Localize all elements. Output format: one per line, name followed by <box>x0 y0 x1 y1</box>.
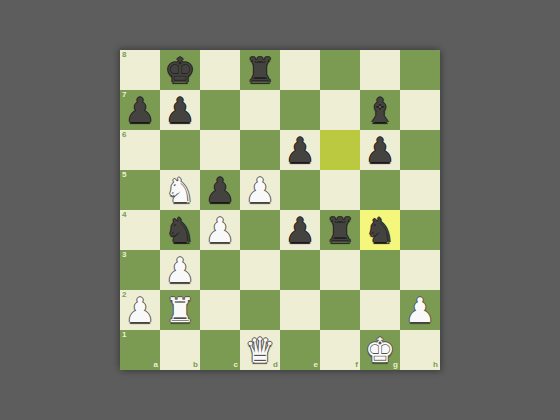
square-g7[interactable]: ♝ <box>360 90 400 130</box>
square-h5[interactable] <box>400 170 440 210</box>
square-e3[interactable] <box>280 250 320 290</box>
black-pawn-c5[interactable]: ♟ <box>205 173 235 207</box>
square-g6[interactable]: ♟ <box>360 130 400 170</box>
black-rook-f4[interactable]: ♜ <box>325 213 355 247</box>
square-e5[interactable] <box>280 170 320 210</box>
square-d5[interactable]: ♟ <box>240 170 280 210</box>
square-h1[interactable]: h <box>400 330 440 370</box>
square-h7[interactable] <box>400 90 440 130</box>
square-g2[interactable] <box>360 290 400 330</box>
square-g1[interactable]: g♚ <box>360 330 400 370</box>
square-h3[interactable] <box>400 250 440 290</box>
square-a2[interactable]: 2♟ <box>120 290 160 330</box>
black-pawn-g6[interactable]: ♟ <box>365 133 395 167</box>
square-d1[interactable]: d♛ <box>240 330 280 370</box>
app-background: 8♚♜7♟♟♝6♟♟5♞♟♟4♞♟♟♜♞3♟2♟♜♟1abcd♛efg♚h <box>0 0 560 420</box>
white-pawn-d5[interactable]: ♟ <box>245 173 275 207</box>
square-c6[interactable] <box>200 130 240 170</box>
square-b5[interactable]: ♞ <box>160 170 200 210</box>
rank-label-1: 1 <box>122 331 126 339</box>
square-e4[interactable]: ♟ <box>280 210 320 250</box>
file-label-g: g <box>393 361 398 369</box>
square-c3[interactable] <box>200 250 240 290</box>
black-knight-b4[interactable]: ♞ <box>165 213 195 247</box>
square-g8[interactable] <box>360 50 400 90</box>
file-label-a: a <box>154 361 158 369</box>
rank-label-5: 5 <box>122 171 126 179</box>
square-b4[interactable]: ♞ <box>160 210 200 250</box>
file-label-b: b <box>193 361 198 369</box>
square-g3[interactable] <box>360 250 400 290</box>
square-h6[interactable] <box>400 130 440 170</box>
file-label-e: e <box>314 361 318 369</box>
square-c8[interactable] <box>200 50 240 90</box>
square-c7[interactable] <box>200 90 240 130</box>
square-f6[interactable] <box>320 130 360 170</box>
black-king-b8[interactable]: ♚ <box>165 53 195 87</box>
square-d3[interactable] <box>240 250 280 290</box>
square-f7[interactable] <box>320 90 360 130</box>
square-f4[interactable]: ♜ <box>320 210 360 250</box>
square-c5[interactable]: ♟ <box>200 170 240 210</box>
square-b7[interactable]: ♟ <box>160 90 200 130</box>
black-pawn-a7[interactable]: ♟ <box>125 93 155 127</box>
white-queen-d1[interactable]: ♛ <box>245 333 275 367</box>
square-b3[interactable]: ♟ <box>160 250 200 290</box>
rank-label-3: 3 <box>122 251 126 259</box>
rank-label-7: 7 <box>122 91 126 99</box>
square-d4[interactable] <box>240 210 280 250</box>
chess-board: 8♚♜7♟♟♝6♟♟5♞♟♟4♞♟♟♜♞3♟2♟♜♟1abcd♛efg♚h <box>120 50 440 370</box>
square-g5[interactable] <box>360 170 400 210</box>
square-a1[interactable]: 1a <box>120 330 160 370</box>
square-a4[interactable]: 4 <box>120 210 160 250</box>
white-knight-b5[interactable]: ♞ <box>165 173 195 207</box>
white-pawn-a2[interactable]: ♟ <box>125 293 155 327</box>
square-e1[interactable]: e <box>280 330 320 370</box>
white-pawn-b3[interactable]: ♟ <box>165 253 195 287</box>
square-e2[interactable] <box>280 290 320 330</box>
square-f5[interactable] <box>320 170 360 210</box>
rank-label-8: 8 <box>122 51 126 59</box>
square-d8[interactable]: ♜ <box>240 50 280 90</box>
black-pawn-e6[interactable]: ♟ <box>285 133 315 167</box>
square-h8[interactable] <box>400 50 440 90</box>
square-d6[interactable] <box>240 130 280 170</box>
black-bishop-g7[interactable]: ♝ <box>365 93 395 127</box>
square-b8[interactable]: ♚ <box>160 50 200 90</box>
square-h2[interactable]: ♟ <box>400 290 440 330</box>
square-b2[interactable]: ♜ <box>160 290 200 330</box>
black-rook-d8[interactable]: ♜ <box>245 53 275 87</box>
file-label-h: h <box>433 361 438 369</box>
black-pawn-e4[interactable]: ♟ <box>285 213 315 247</box>
square-e6[interactable]: ♟ <box>280 130 320 170</box>
square-f3[interactable] <box>320 250 360 290</box>
square-b6[interactable] <box>160 130 200 170</box>
white-pawn-h2[interactable]: ♟ <box>405 293 435 327</box>
square-c1[interactable]: c <box>200 330 240 370</box>
square-a7[interactable]: 7♟ <box>120 90 160 130</box>
square-f2[interactable] <box>320 290 360 330</box>
square-h4[interactable] <box>400 210 440 250</box>
white-rook-b2[interactable]: ♜ <box>165 293 195 327</box>
file-label-d: d <box>273 361 278 369</box>
square-b1[interactable]: b <box>160 330 200 370</box>
square-g4[interactable]: ♞ <box>360 210 400 250</box>
square-a8[interactable]: 8 <box>120 50 160 90</box>
white-pawn-c4[interactable]: ♟ <box>205 213 235 247</box>
square-a5[interactable]: 5 <box>120 170 160 210</box>
square-c2[interactable] <box>200 290 240 330</box>
square-d7[interactable] <box>240 90 280 130</box>
white-king-g1[interactable]: ♚ <box>365 333 395 367</box>
square-d2[interactable] <box>240 290 280 330</box>
square-a3[interactable]: 3 <box>120 250 160 290</box>
rank-label-4: 4 <box>122 211 126 219</box>
square-c4[interactable]: ♟ <box>200 210 240 250</box>
square-e7[interactable] <box>280 90 320 130</box>
rank-label-6: 6 <box>122 131 126 139</box>
square-f8[interactable] <box>320 50 360 90</box>
file-label-f: f <box>355 361 358 369</box>
rank-label-2: 2 <box>122 291 126 299</box>
black-knight-g4[interactable]: ♞ <box>365 213 395 247</box>
black-pawn-b7[interactable]: ♟ <box>165 93 195 127</box>
square-e8[interactable] <box>280 50 320 90</box>
file-label-c: c <box>234 361 238 369</box>
square-a6[interactable]: 6 <box>120 130 160 170</box>
square-f1[interactable]: f <box>320 330 360 370</box>
